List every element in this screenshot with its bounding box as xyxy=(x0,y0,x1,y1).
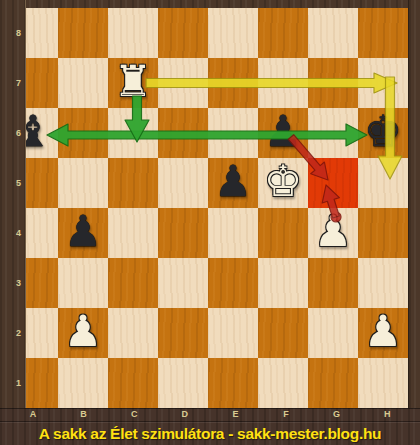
board-frame-right xyxy=(408,0,420,408)
square-f4 xyxy=(258,208,308,258)
square-d3 xyxy=(158,258,208,308)
square-h8 xyxy=(358,8,408,58)
board-frame-left-rank-labels: 87654321 xyxy=(0,0,26,408)
square-e1 xyxy=(208,358,258,408)
square-f5: ♚ xyxy=(258,158,308,208)
square-c5 xyxy=(108,158,158,208)
square-d2 xyxy=(158,308,208,358)
rank-label-6: 6 xyxy=(0,108,21,158)
file-label-d: D xyxy=(160,409,210,420)
square-h3 xyxy=(358,258,408,308)
file-labels: ABCDEFGH xyxy=(0,409,420,422)
square-g3 xyxy=(308,258,358,308)
square-b2: ♟ xyxy=(58,308,108,358)
square-e2 xyxy=(208,308,258,358)
square-e7 xyxy=(208,58,258,108)
square-b4: ♟ xyxy=(58,208,108,258)
square-d7 xyxy=(158,58,208,108)
rank-label-8: 8 xyxy=(0,8,21,58)
square-c6 xyxy=(108,108,158,158)
white-pawn-b2: ♟ xyxy=(64,306,103,356)
square-c2 xyxy=(108,308,158,358)
square-b7 xyxy=(58,58,108,108)
square-c4 xyxy=(108,208,158,258)
square-f7 xyxy=(258,58,308,108)
square-g2 xyxy=(308,308,358,358)
square-e8 xyxy=(208,8,258,58)
bottom-bar: ABCDEFGH A sakk az Élet szimulátora - sa… xyxy=(0,408,420,445)
square-d8 xyxy=(158,8,208,58)
square-f8 xyxy=(258,8,308,58)
square-h5 xyxy=(358,158,408,208)
square-b8 xyxy=(58,8,108,58)
white-pawn-g4: ♟ xyxy=(314,206,353,256)
chess-diagram: ♜♝♟♚♟♚♟♟♟♟ 87654321 ABCDEFGH A sakk az É… xyxy=(0,0,420,445)
square-e5: ♟ xyxy=(208,158,258,208)
white-king-f5: ♚ xyxy=(264,156,303,206)
rank-label-7: 7 xyxy=(0,58,21,108)
rank-label-2: 2 xyxy=(0,308,21,358)
white-pawn-h2: ♟ xyxy=(364,306,403,356)
file-label-f: F xyxy=(261,409,311,420)
square-b1 xyxy=(58,358,108,408)
square-h4 xyxy=(358,208,408,258)
rank-label-1: 1 xyxy=(0,358,21,408)
square-g5 xyxy=(308,158,358,208)
square-e6 xyxy=(208,108,258,158)
black-pawn-e5: ♟ xyxy=(214,156,253,206)
square-c3 xyxy=(108,258,158,308)
square-h2: ♟ xyxy=(358,308,408,358)
black-king-h6: ♚ xyxy=(364,106,403,156)
square-f3 xyxy=(258,258,308,308)
square-e3 xyxy=(208,258,258,308)
caption-text: A sakk az Élet szimulátora - sakk-mester… xyxy=(0,422,420,445)
file-label-b: B xyxy=(59,409,109,420)
square-b3 xyxy=(58,258,108,308)
square-f6: ♟ xyxy=(258,108,308,158)
square-c8 xyxy=(108,8,158,58)
square-e4 xyxy=(208,208,258,258)
square-g8 xyxy=(308,8,358,58)
file-label-c: C xyxy=(109,409,159,420)
square-d5 xyxy=(158,158,208,208)
square-d6 xyxy=(158,108,208,158)
black-pawn-b4: ♟ xyxy=(64,206,103,256)
chess-board: ♜♝♟♚♟♚♟♟♟♟ xyxy=(8,8,408,408)
square-h7 xyxy=(358,58,408,108)
file-label-a: A xyxy=(8,409,58,420)
square-g6 xyxy=(308,108,358,158)
black-pawn-f6: ♟ xyxy=(264,106,303,156)
white-rook-c7: ♜ xyxy=(114,56,153,106)
square-h6: ♚ xyxy=(358,108,408,158)
square-d4 xyxy=(158,208,208,258)
square-f2 xyxy=(258,308,308,358)
file-label-g: G xyxy=(312,409,362,420)
rank-label-5: 5 xyxy=(0,158,21,208)
square-h1 xyxy=(358,358,408,408)
file-label-h: H xyxy=(362,409,412,420)
square-f1 xyxy=(258,358,308,408)
file-label-e: E xyxy=(210,409,260,420)
square-b5 xyxy=(58,158,108,208)
square-d1 xyxy=(158,358,208,408)
square-b6 xyxy=(58,108,108,158)
square-g7 xyxy=(308,58,358,108)
rank-label-4: 4 xyxy=(0,208,21,258)
square-g4: ♟ xyxy=(308,208,358,258)
square-c1 xyxy=(108,358,158,408)
square-c7: ♜ xyxy=(108,58,158,108)
rank-label-3: 3 xyxy=(0,258,21,308)
square-g1 xyxy=(308,358,358,408)
